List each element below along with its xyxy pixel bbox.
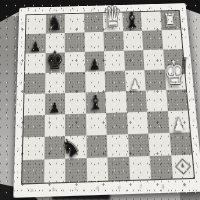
- coordinate-label: 6: [18, 53, 23, 73]
- black-bishop[interactable]: ♝: [88, 93, 103, 113]
- coordinate-label: 1: [194, 155, 200, 179]
- maker-copyright-text: ©: [187, 65, 192, 71]
- chess-square[interactable]: [150, 155, 173, 179]
- chess-square[interactable]: ♞: [45, 14, 64, 33]
- file-labels-bottom: abcdefgh: [21, 182, 196, 195]
- maker-logo-knight-icon: ♞: [180, 164, 185, 169]
- chess-square[interactable]: [24, 73, 44, 94]
- chess-square[interactable]: [65, 14, 84, 33]
- chess-square[interactable]: [105, 91, 126, 113]
- chess-square[interactable]: [126, 112, 148, 134]
- black-pawn[interactable]: ♟: [49, 100, 60, 114]
- coordinate-label: c: [65, 187, 87, 193]
- coordinate-label: d: [87, 186, 109, 192]
- chess-square[interactable]: [147, 111, 169, 133]
- chess-square[interactable]: [148, 133, 170, 156]
- chess-square[interactable]: [22, 159, 44, 183]
- coordinate-label: h: [174, 183, 196, 189]
- photo-scene: ♞♛♝♜♟♚♟♟♚♟♝♟♞♞ abcdefgh abcdefgh 8765432…: [0, 0, 200, 200]
- chess-square[interactable]: ♛: [103, 12, 123, 31]
- coordinate-label: 1: [15, 161, 21, 185]
- chess-square[interactable]: [143, 50, 164, 71]
- chess-square[interactable]: [65, 52, 85, 73]
- coordinate-label: 8: [19, 14, 24, 33]
- maker-logo: ♞: [175, 158, 191, 174]
- chess-square[interactable]: [107, 134, 129, 157]
- chess-square[interactable]: [161, 30, 182, 50]
- black-king[interactable]: ♚: [46, 47, 63, 73]
- chess-square[interactable]: ♞: [65, 135, 86, 158]
- chess-square[interactable]: ♟: [44, 93, 65, 115]
- chess-square[interactable]: [65, 92, 86, 114]
- coordinate-label: h: [160, 5, 179, 9]
- black-pawn[interactable]: ♟: [30, 39, 41, 53]
- chess-square[interactable]: [142, 30, 163, 50]
- coordinate-label: 5: [186, 68, 193, 89]
- chess-square[interactable]: [86, 113, 107, 135]
- coordinate-label: g: [141, 6, 160, 10]
- chess-square[interactable]: [44, 159, 66, 183]
- coordinate-label: 4: [188, 89, 195, 111]
- chess-square[interactable]: [84, 13, 104, 32]
- coordinate-label: f: [130, 185, 152, 191]
- white-pawn[interactable]: ♟: [172, 115, 186, 133]
- black-bishop[interactable]: ♝: [123, 9, 140, 31]
- chess-square[interactable]: [124, 50, 145, 71]
- black-knight[interactable]: ♞: [47, 13, 62, 34]
- chess-square[interactable]: ♝: [85, 92, 106, 114]
- chess-square[interactable]: [107, 157, 129, 181]
- chess-square[interactable]: [103, 31, 123, 51]
- coordinate-label: d: [83, 7, 102, 11]
- coordinate-label: 5: [18, 73, 24, 94]
- white-pawn[interactable]: ♟: [130, 77, 141, 91]
- board-grid: ♞♛♝♜♟♚♟♟♚♟♝♟♞♞: [21, 10, 195, 185]
- chess-square[interactable]: [144, 69, 165, 90]
- coordinate-label: e: [108, 186, 130, 192]
- chess-square[interactable]: ♟: [25, 34, 45, 54]
- coordinate-label: a: [26, 9, 45, 13]
- chess-square[interactable]: [169, 132, 192, 155]
- chess-square[interactable]: ♞: [171, 155, 194, 179]
- coordinate-label: g: [152, 184, 174, 190]
- chess-square[interactable]: [65, 72, 85, 93]
- chess-square[interactable]: [123, 31, 143, 51]
- chess-square[interactable]: [24, 94, 45, 116]
- chess-square[interactable]: [26, 15, 46, 34]
- coordinate-label: 8: [181, 10, 187, 29]
- coordinate-label: 3: [16, 116, 22, 138]
- chess-square[interactable]: ♟: [167, 110, 189, 132]
- chess-square[interactable]: [141, 11, 161, 30]
- white-rook[interactable]: ♜: [162, 12, 178, 31]
- chess-square[interactable]: [85, 71, 106, 92]
- chess-square[interactable]: [25, 53, 45, 74]
- chess-square[interactable]: [45, 72, 65, 93]
- coordinate-label: c: [64, 8, 83, 12]
- chess-square[interactable]: [146, 90, 168, 112]
- chess-square[interactable]: [84, 32, 104, 52]
- chess-square[interactable]: [105, 71, 126, 92]
- coordinate-label: a: [21, 188, 43, 194]
- chess-square[interactable]: [106, 112, 128, 134]
- coordinate-label: 3: [190, 111, 197, 133]
- chess-square[interactable]: [44, 114, 65, 137]
- chess-square[interactable]: ♝: [122, 12, 142, 31]
- chess-mat: ♞♛♝♜♟♚♟♟♚♟♝♟♞♞ abcdefgh abcdefgh 8765432…: [13, 3, 200, 198]
- chess-square[interactable]: ♜: [160, 11, 181, 30]
- coordinate-label: 2: [15, 138, 21, 161]
- chess-square[interactable]: [86, 157, 108, 181]
- chess-square[interactable]: [128, 134, 150, 157]
- coordinate-label: b: [43, 188, 65, 194]
- chess-square[interactable]: [126, 91, 147, 113]
- chess-square[interactable]: [23, 115, 44, 138]
- chess-square[interactable]: [86, 135, 108, 158]
- chess-square[interactable]: [104, 51, 125, 72]
- coordinate-label: 2: [192, 133, 199, 156]
- chess-square[interactable]: [23, 137, 44, 160]
- coordinate-label: 7: [19, 34, 24, 54]
- chess-square[interactable]: [129, 156, 152, 180]
- black-pawn[interactable]: ♟: [89, 57, 101, 72]
- coordinate-label: 7: [182, 29, 189, 49]
- chess-square[interactable]: ♟: [84, 51, 104, 72]
- chess-square[interactable]: ♟: [125, 70, 146, 91]
- chess-square[interactable]: [65, 32, 85, 52]
- chess-square[interactable]: ♚: [45, 52, 65, 73]
- coordinate-label: 4: [17, 94, 23, 116]
- white-queen[interactable]: ♛: [103, 3, 122, 32]
